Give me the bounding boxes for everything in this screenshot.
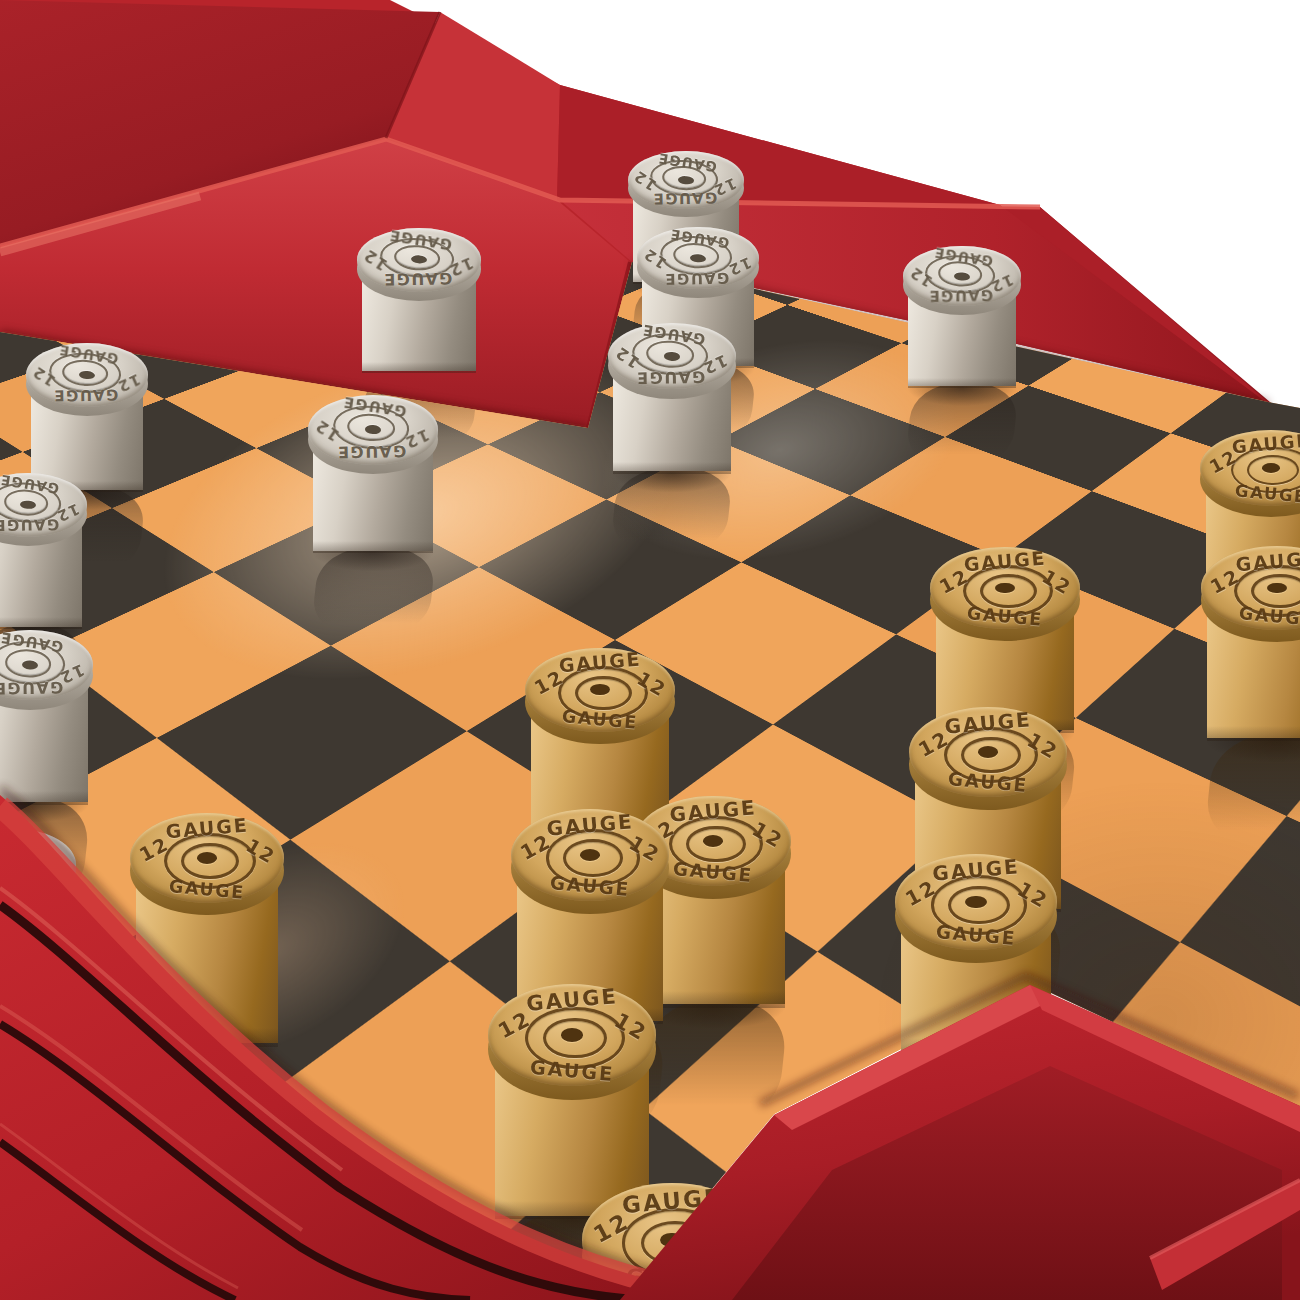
shell-cap: GAUGE12GAUGE12	[488, 984, 656, 1086]
cap-engraving: GAUGE12GAUGE12	[0, 625, 95, 704]
bullseye-center	[580, 849, 601, 861]
shell-cap: GAUGE12GAUGE12	[903, 246, 1021, 307]
silver-checker-piece[interactable]: GAUGE12GAUGE12	[903, 246, 1021, 391]
cap-text-gauge-top: GAUGE	[336, 442, 406, 462]
cap-engraving: GAUGE12GAUGE12	[635, 223, 761, 294]
cap-engraving: GAUGE12GAUGE12	[0, 825, 78, 905]
shell-cap: GAUGE12GAUGE12	[357, 228, 481, 291]
bullseye-center	[703, 835, 723, 847]
cap-engraving: GAUGE12GAUGE12	[0, 469, 89, 541]
cap-engraving: GAUGE12GAUGE12	[511, 809, 669, 901]
cap-text-gauge-top: GAUGE	[635, 367, 705, 387]
silver-checker-piece[interactable]: GAUGE12GAUGE12	[26, 343, 148, 494]
gold-checker-piece[interactable]: GAUGE12GAUGE12	[582, 1183, 762, 1300]
shell-cap: GAUGE12GAUGE12	[511, 809, 669, 901]
shell-cap: GAUGE12GAUGE12	[0, 630, 93, 701]
cap-engraving: GAUGE12GAUGE12	[488, 984, 656, 1086]
cap-engraving: GAUGE12GAUGE12	[355, 224, 483, 296]
cap-text-gauge-top: GAUGE	[652, 188, 717, 207]
photo-canvas: { "game": { "name": "Checkers (Draughts)…	[0, 0, 1300, 1300]
shell-cap: GAUGE12GAUGE12	[582, 1183, 762, 1296]
bullseye-center	[561, 1028, 583, 1041]
cap-engraving: GAUGE12GAUGE12	[1201, 546, 1300, 630]
cap-engraving: GAUGE12GAUGE12	[606, 318, 738, 394]
silver-checker-piece[interactable]: GAUGE12GAUGE12	[357, 228, 481, 374]
shell-cap: GAUGE12GAUGE12	[895, 854, 1057, 949]
shell-cap: GAUGE12GAUGE12	[0, 829, 76, 900]
silver-checker-piece[interactable]: GAUGE12GAUGE12	[0, 829, 76, 1022]
shell-cap: GAUGE12GAUGE12	[608, 323, 736, 390]
bullseye-center	[995, 583, 1015, 594]
shell-cap: GAUGE12GAUGE12	[1200, 430, 1300, 506]
cap-engraving: GAUGE12GAUGE12	[930, 547, 1080, 630]
silver-checker-piece[interactable]: GAUGE12GAUGE12	[308, 395, 438, 554]
shell-cap: GAUGE12GAUGE12	[1201, 546, 1300, 630]
shell-cap: GAUGE12GAUGE12	[0, 473, 87, 537]
shell-cap: GAUGE12GAUGE12	[909, 707, 1067, 797]
bullseye-center	[965, 896, 986, 908]
scene: GAUGE12GAUGE12GAUGE12GAUGE12GAUGE12GAUGE…	[0, 0, 1300, 1300]
cap-engraving: GAUGE12GAUGE12	[895, 854, 1057, 949]
cap-text-gauge-top: GAUGE	[664, 268, 730, 287]
shell-cap: GAUGE12GAUGE12	[628, 151, 744, 209]
bullseye-center	[660, 1233, 683, 1248]
gold-checker-piece[interactable]: GAUGE12GAUGE12	[1201, 546, 1300, 742]
bullseye-center	[678, 176, 694, 185]
cap-text-gauge-top: GAUGE	[1235, 546, 1300, 575]
cap-text-gauge-top: GAUGE	[621, 1184, 723, 1219]
shell-cap: GAUGE12GAUGE12	[637, 227, 759, 289]
cap-text-gauge-top: GAUGE	[0, 516, 59, 535]
cap-engraving: GAUGE12GAUGE12	[130, 813, 284, 903]
cap-engraving: GAUGE12GAUGE12	[24, 339, 150, 411]
silver-checker-piece[interactable]: GAUGE12GAUGE12	[0, 473, 87, 631]
silver-checker-piece[interactable]: GAUGE12GAUGE12	[0, 630, 93, 807]
cap-text-gauge-top: GAUGE	[928, 285, 994, 304]
cap-text-gauge-top: GAUGE	[0, 879, 46, 898]
bullseye-center	[197, 852, 217, 864]
shell-cap: GAUGE12GAUGE12	[26, 343, 148, 407]
bullseye-center	[954, 272, 970, 281]
bullseye-center	[978, 746, 999, 758]
cap-text-gauge-top: GAUGE	[383, 269, 453, 289]
cap-engraving: GAUGE12GAUGE12	[901, 242, 1023, 311]
cap-engraving: GAUGE12GAUGE12	[306, 391, 441, 469]
cap-text-gauge-bottom: GAUGE	[1238, 603, 1300, 630]
shell-cap: GAUGE12GAUGE12	[930, 547, 1080, 630]
cap-engraving: GAUGE12GAUGE12	[626, 147, 746, 213]
silver-checker-piece[interactable]: GAUGE12GAUGE12	[608, 323, 736, 476]
cap-text-gauge-top: GAUGE	[525, 984, 618, 1016]
bullseye-center	[1262, 463, 1280, 473]
gold-checker-piece[interactable]: GAUGE12GAUGE12	[895, 854, 1057, 1053]
cap-text-gauge-top: GAUGE	[0, 678, 63, 698]
shell-cap: GAUGE12GAUGE12	[130, 813, 284, 903]
gold-checker-piece[interactable]: GAUGE12GAUGE12	[130, 813, 284, 1047]
cap-engraving: GAUGE12GAUGE12	[909, 707, 1067, 797]
cap-engraving: GAUGE12GAUGE12	[1200, 430, 1300, 506]
cap-engraving: GAUGE12GAUGE12	[525, 648, 675, 732]
shell-cap: GAUGE12GAUGE12	[308, 395, 438, 464]
cap-text-gauge-top: GAUGE	[53, 386, 119, 405]
cap-engraving: GAUGE12GAUGE12	[582, 1183, 762, 1296]
shell-cap: GAUGE12GAUGE12	[525, 648, 675, 732]
pieces-layer: GAUGE12GAUGE12GAUGE12GAUGE12GAUGE12GAUGE…	[0, 0, 1300, 1300]
